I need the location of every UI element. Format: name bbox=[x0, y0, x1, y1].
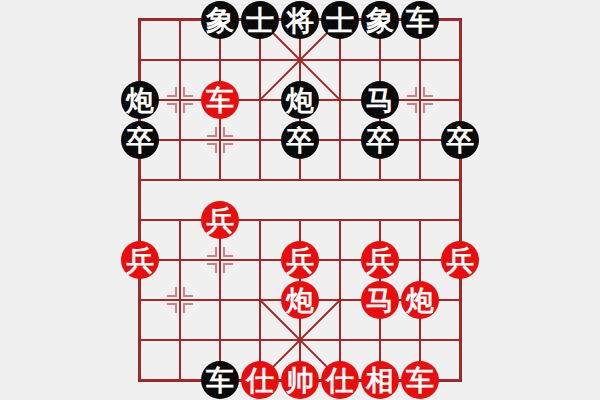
piece-red-cannon[interactable]: 炮 bbox=[281, 281, 319, 319]
piece-red-soldier[interactable]: 兵 bbox=[281, 241, 319, 279]
piece-red-soldier[interactable]: 兵 bbox=[201, 201, 239, 239]
piece-black-advisor[interactable]: 士 bbox=[321, 1, 359, 39]
piece-red-elephant[interactable]: 相 bbox=[361, 361, 399, 399]
piece-black-soldier[interactable]: 卒 bbox=[121, 121, 159, 159]
piece-black-cannon[interactable]: 炮 bbox=[281, 81, 319, 119]
star-marker bbox=[167, 87, 193, 113]
star-marker bbox=[207, 127, 233, 153]
piece-black-advisor[interactable]: 士 bbox=[241, 1, 279, 39]
piece-black-elephant[interactable]: 象 bbox=[201, 1, 239, 39]
piece-black-cannon[interactable]: 炮 bbox=[121, 81, 159, 119]
piece-red-advisor[interactable]: 仕 bbox=[321, 361, 359, 399]
piece-red-chariot[interactable]: 车 bbox=[401, 361, 439, 399]
xiangqi-board[interactable]: 象士将士象车炮车炮马卒卒卒卒兵兵兵兵兵炮马炮车仕帅仕相车 bbox=[0, 0, 600, 400]
piece-black-chariot[interactable]: 车 bbox=[201, 361, 239, 399]
piece-red-soldier[interactable]: 兵 bbox=[121, 241, 159, 279]
piece-black-chariot[interactable]: 车 bbox=[401, 1, 439, 39]
piece-red-advisor[interactable]: 仕 bbox=[241, 361, 279, 399]
piece-red-soldier[interactable]: 兵 bbox=[361, 241, 399, 279]
piece-black-soldier[interactable]: 卒 bbox=[281, 121, 319, 159]
piece-black-soldier[interactable]: 卒 bbox=[361, 121, 399, 159]
piece-black-horse[interactable]: 马 bbox=[361, 81, 399, 119]
piece-black-king[interactable]: 将 bbox=[281, 1, 319, 39]
grid-line-vertical bbox=[219, 220, 221, 380]
star-marker bbox=[407, 87, 433, 113]
piece-red-king[interactable]: 帅 bbox=[281, 361, 319, 399]
piece-red-horse[interactable]: 马 bbox=[361, 281, 399, 319]
piece-black-soldier[interactable]: 卒 bbox=[441, 121, 479, 159]
piece-red-soldier[interactable]: 兵 bbox=[441, 241, 479, 279]
star-marker bbox=[207, 247, 233, 273]
piece-black-elephant[interactable]: 象 bbox=[361, 1, 399, 39]
star-marker bbox=[167, 287, 193, 313]
piece-red-chariot[interactable]: 车 bbox=[201, 81, 239, 119]
piece-red-cannon[interactable]: 炮 bbox=[401, 281, 439, 319]
